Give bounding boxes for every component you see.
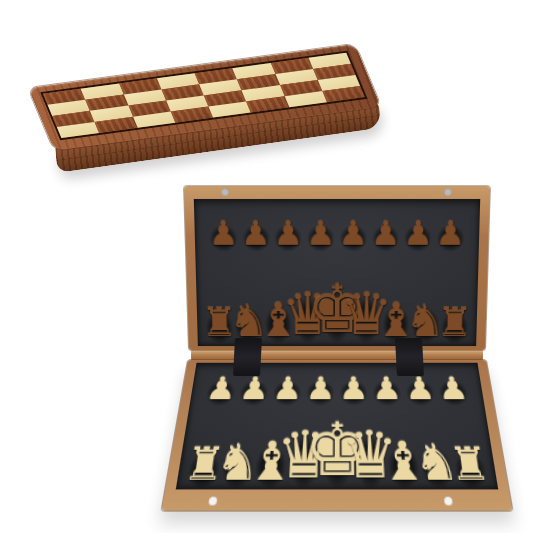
piece-dark-pawn: ♟ [241,218,270,249]
lid-magnet-left [221,188,228,195]
hinge-strap-right [395,338,424,376]
case-lid: ♟♟♟♟♟♟♟♟ ♜♞♝♛♚♛♝♞♜ [184,186,490,350]
piece-light-pawn: ♟ [272,374,303,403]
piece-dark-pawn: ♟ [274,218,303,249]
piece-light-rook: ♜ [451,443,488,485]
piece-light-pawn: ♟ [205,374,238,403]
open-chess-case: ♟♟♟♟♟♟♟♟ ♜♞♝♛♚♛♝♞♜ ♟♟♟♟♟♟♟♟ ♜♞♝♛♚♛♝♞♜ [153,190,521,506]
base-felt-tray: ♟♟♟♟♟♟♟♟ ♜♞♝♛♚♛♝♞♜ [176,363,498,490]
closed-chess-box [20,28,420,198]
piece-light-pawn: ♟ [404,374,436,403]
piece-dark-pawn: ♟ [339,218,368,249]
piece-light-pawn: ♟ [238,374,270,403]
lid-magnet-right [444,188,451,195]
piece-light-pawn: ♟ [437,374,470,403]
dark-pawn-row: ♟♟♟♟♟♟♟♟ [209,212,466,249]
piece-dark-pawn: ♟ [404,218,433,249]
hinge-strap-left [233,338,262,376]
piece-dark-pawn: ♟ [209,218,238,249]
case-base: ♟♟♟♟♟♟♟♟ ♜♞♝♛♚♛♝♞♜ [162,360,513,510]
lid-felt-tray: ♟♟♟♟♟♟♟♟ ♜♞♝♛♚♛♝♞♜ [194,199,480,346]
product-photo-scene: ♟♟♟♟♟♟♟♟ ♜♞♝♛♚♛♝♞♜ ♟♟♟♟♟♟♟♟ ♜♞♝♛♚♛♝♞♜ [0,0,533,533]
light-major-row: ♜♞♝♛♚♛♝♞♜ [186,398,489,486]
piece-dark-pawn: ♟ [306,218,335,249]
piece-dark-pawn: ♟ [371,218,400,249]
piece-dark-rook: ♜ [440,304,469,341]
base-magnet-left [208,497,217,506]
dark-major-row: ♜♞♝♛♚♛♝♞♜ [204,256,471,341]
piece-light-pawn: ♟ [372,374,403,403]
piece-dark-pawn: ♟ [436,218,465,249]
piece-light-pawn: ♟ [339,374,368,403]
base-magnet-right [444,497,453,506]
piece-light-pawn: ♟ [305,374,334,403]
